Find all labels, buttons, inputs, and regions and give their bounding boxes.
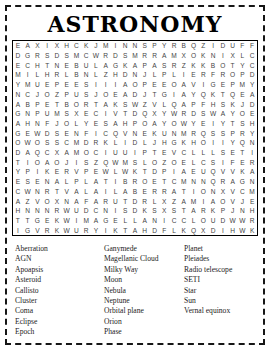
grid-cell[interactable]: P bbox=[140, 148, 150, 158]
grid-cell[interactable]: M bbox=[237, 80, 247, 90]
grid-cell[interactable]: D bbox=[111, 51, 121, 61]
grid-cell[interactable]: O bbox=[198, 216, 208, 226]
grid-cell[interactable]: N bbox=[130, 128, 140, 138]
grid-cell[interactable]: D bbox=[42, 128, 52, 138]
grid-cell[interactable]: K bbox=[111, 99, 121, 109]
grid-cell[interactable]: S bbox=[208, 128, 218, 138]
grid-cell[interactable]: R bbox=[218, 177, 228, 187]
grid-cell[interactable]: Y bbox=[13, 80, 23, 90]
grid-cell[interactable]: N bbox=[247, 177, 257, 187]
grid-cell[interactable]: U bbox=[159, 128, 169, 138]
grid-cell[interactable]: B bbox=[179, 41, 189, 51]
grid-cell[interactable]: A bbox=[23, 41, 33, 51]
grid-cell[interactable]: E bbox=[52, 167, 62, 177]
grid-cell[interactable]: S bbox=[120, 99, 130, 109]
grid-cell[interactable]: I bbox=[111, 80, 121, 90]
grid-cell[interactable]: Q bbox=[237, 138, 247, 148]
grid-cell[interactable]: N bbox=[208, 51, 218, 61]
grid-cell[interactable]: J bbox=[62, 157, 72, 167]
grid-cell[interactable]: C bbox=[72, 41, 82, 51]
grid-cell[interactable]: O bbox=[198, 186, 208, 196]
grid-cell[interactable]: I bbox=[130, 148, 140, 158]
grid-cell[interactable]: F bbox=[159, 225, 169, 235]
grid-cell[interactable]: V bbox=[33, 225, 43, 235]
grid-cell[interactable]: A bbox=[120, 89, 130, 99]
grid-cell[interactable]: C bbox=[198, 157, 208, 167]
grid-cell[interactable]: U bbox=[111, 148, 121, 158]
grid-cell[interactable]: L bbox=[120, 216, 130, 226]
grid-cell[interactable]: Q bbox=[198, 89, 208, 99]
grid-cell[interactable]: P bbox=[72, 177, 82, 187]
grid-cell[interactable]: M bbox=[72, 138, 82, 148]
grid-cell[interactable]: B bbox=[130, 186, 140, 196]
grid-cell[interactable]: D bbox=[189, 109, 199, 119]
grid-cell[interactable]: I bbox=[23, 70, 33, 80]
grid-cell[interactable]: D bbox=[130, 196, 140, 206]
grid-cell[interactable]: A bbox=[101, 99, 111, 109]
grid-cell[interactable]: E bbox=[33, 177, 43, 187]
grid-cell[interactable]: U bbox=[208, 216, 218, 226]
grid-cell[interactable]: N bbox=[130, 41, 140, 51]
grid-cell[interactable]: A bbox=[62, 148, 72, 158]
grid-cell[interactable]: L bbox=[208, 148, 218, 158]
grid-cell[interactable]: C bbox=[247, 60, 257, 70]
grid-cell[interactable]: C bbox=[101, 128, 111, 138]
grid-cell[interactable]: Z bbox=[198, 41, 208, 51]
grid-cell[interactable]: Y bbox=[159, 109, 169, 119]
grid-cell[interactable]: K bbox=[228, 99, 238, 109]
grid-cell[interactable]: J bbox=[228, 206, 238, 216]
grid-cell[interactable]: E bbox=[237, 157, 247, 167]
grid-cell[interactable]: Y bbox=[159, 119, 169, 129]
grid-cell[interactable]: K bbox=[179, 138, 189, 148]
grid-cell[interactable]: D bbox=[81, 206, 91, 216]
grid-cell[interactable]: K bbox=[150, 128, 160, 138]
grid-cell[interactable]: N bbox=[120, 41, 130, 51]
grid-cell[interactable]: D bbox=[247, 70, 257, 80]
grid-cell[interactable]: X bbox=[72, 109, 82, 119]
grid-cell[interactable]: L bbox=[169, 70, 179, 80]
grid-cell[interactable]: O bbox=[33, 157, 43, 167]
grid-cell[interactable]: B bbox=[62, 99, 72, 109]
grid-cell[interactable]: R bbox=[81, 99, 91, 109]
grid-cell[interactable]: T bbox=[13, 157, 23, 167]
grid-cell[interactable]: N bbox=[72, 128, 82, 138]
grid-cell[interactable]: F bbox=[237, 41, 247, 51]
grid-cell[interactable]: A bbox=[13, 99, 23, 109]
grid-cell[interactable]: P bbox=[33, 109, 43, 119]
grid-cell[interactable]: P bbox=[237, 70, 247, 80]
grid-cell[interactable]: C bbox=[62, 138, 72, 148]
grid-cell[interactable]: E bbox=[72, 80, 82, 90]
grid-cell[interactable]: I bbox=[218, 51, 228, 61]
grid-cell[interactable]: V bbox=[189, 80, 199, 90]
grid-cell[interactable]: A bbox=[111, 119, 121, 129]
grid-cell[interactable]: N bbox=[52, 60, 62, 70]
grid-cell[interactable]: I bbox=[101, 109, 111, 119]
grid-cell[interactable]: I bbox=[179, 70, 189, 80]
grid-cell[interactable]: I bbox=[218, 225, 228, 235]
grid-cell[interactable]: J bbox=[91, 41, 101, 51]
grid-cell[interactable]: E bbox=[189, 70, 199, 80]
grid-cell[interactable]: R bbox=[101, 196, 111, 206]
grid-cell[interactable]: E bbox=[91, 167, 101, 177]
grid-cell[interactable]: N bbox=[23, 109, 33, 119]
grid-cell[interactable]: R bbox=[81, 225, 91, 235]
grid-cell[interactable]: M bbox=[101, 41, 111, 51]
grid-cell[interactable]: E bbox=[237, 89, 247, 99]
grid-cell[interactable]: O bbox=[189, 51, 199, 61]
grid-cell[interactable]: E bbox=[159, 80, 169, 90]
grid-cell[interactable]: R bbox=[159, 186, 169, 196]
grid-cell[interactable]: P bbox=[189, 99, 199, 109]
grid-cell[interactable]: K bbox=[189, 60, 199, 70]
grid-cell[interactable]: R bbox=[140, 51, 150, 61]
grid-cell[interactable]: M bbox=[169, 51, 179, 61]
grid-cell[interactable]: M bbox=[179, 177, 189, 187]
grid-cell[interactable]: P bbox=[218, 206, 228, 216]
grid-cell[interactable]: N bbox=[130, 70, 140, 80]
grid-cell[interactable]: S bbox=[169, 206, 179, 216]
grid-cell[interactable]: C bbox=[237, 186, 247, 196]
grid-cell[interactable]: V bbox=[218, 167, 228, 177]
grid-cell[interactable]: R bbox=[62, 167, 72, 177]
grid-cell[interactable]: P bbox=[130, 119, 140, 129]
grid-cell[interactable]: X bbox=[198, 225, 208, 235]
grid-cell[interactable]: O bbox=[169, 119, 179, 129]
grid-cell[interactable]: I bbox=[13, 225, 23, 235]
grid-cell[interactable]: G bbox=[13, 128, 23, 138]
grid-cell[interactable]: S bbox=[120, 51, 130, 61]
grid-cell[interactable]: H bbox=[111, 70, 121, 80]
grid-cell[interactable]: L bbox=[81, 177, 91, 187]
grid-cell[interactable]: S bbox=[23, 177, 33, 187]
grid-cell[interactable]: S bbox=[52, 128, 62, 138]
grid-cell[interactable]: K bbox=[101, 138, 111, 148]
grid-cell[interactable]: S bbox=[130, 157, 140, 167]
grid-cell[interactable]: X bbox=[159, 196, 169, 206]
grid-cell[interactable]: N bbox=[33, 119, 43, 129]
grid-cell[interactable]: H bbox=[62, 41, 72, 51]
grid-cell[interactable]: S bbox=[237, 119, 247, 129]
grid-cell[interactable]: R bbox=[33, 51, 43, 61]
grid-cell[interactable]: N bbox=[42, 177, 52, 187]
grid-cell[interactable]: N bbox=[150, 216, 160, 226]
grid-cell[interactable]: J bbox=[52, 119, 62, 129]
grid-cell[interactable]: C bbox=[91, 148, 101, 158]
grid-cell[interactable]: Q bbox=[189, 41, 199, 51]
grid-cell[interactable]: R bbox=[169, 41, 179, 51]
grid-cell[interactable]: I bbox=[101, 225, 111, 235]
grid-cell[interactable]: G bbox=[169, 138, 179, 148]
grid-cell[interactable]: S bbox=[62, 51, 72, 61]
grid-cell[interactable]: E bbox=[150, 80, 160, 90]
grid-cell[interactable]: L bbox=[111, 138, 121, 148]
grid-cell[interactable]: R bbox=[101, 51, 111, 61]
grid-cell[interactable]: W bbox=[228, 216, 238, 226]
grid-cell[interactable]: Y bbox=[13, 167, 23, 177]
grid-cell[interactable]: P bbox=[228, 80, 238, 90]
grid-cell[interactable]: H bbox=[228, 225, 238, 235]
grid-cell[interactable]: U bbox=[111, 196, 121, 206]
grid-cell[interactable]: D bbox=[247, 99, 257, 109]
grid-cell[interactable]: D bbox=[81, 138, 91, 148]
grid-cell[interactable]: A bbox=[42, 157, 52, 167]
grid-cell[interactable]: H bbox=[13, 206, 23, 216]
grid-cell[interactable]: U bbox=[81, 60, 91, 70]
grid-cell[interactable]: S bbox=[62, 109, 72, 119]
grid-cell[interactable]: R bbox=[198, 206, 208, 216]
grid-cell[interactable]: R bbox=[179, 109, 189, 119]
grid-cell[interactable]: F bbox=[81, 196, 91, 206]
grid-cell[interactable]: S bbox=[81, 80, 91, 90]
grid-cell[interactable]: A bbox=[169, 186, 179, 196]
grid-cell[interactable]: Q bbox=[101, 157, 111, 167]
grid-cell[interactable]: P bbox=[140, 80, 150, 90]
grid-cell[interactable]: I bbox=[169, 89, 179, 99]
grid-cell[interactable]: N bbox=[62, 196, 72, 206]
grid-cell[interactable]: P bbox=[150, 41, 160, 51]
grid-cell[interactable]: L bbox=[81, 186, 91, 196]
grid-cell[interactable]: V bbox=[62, 186, 72, 196]
grid-cell[interactable]: L bbox=[237, 51, 247, 61]
grid-cell[interactable]: P bbox=[81, 167, 91, 177]
grid-cell[interactable]: D bbox=[130, 138, 140, 148]
grid-cell[interactable]: T bbox=[228, 119, 238, 129]
grid-cell[interactable]: R bbox=[169, 60, 179, 70]
grid-cell[interactable]: C bbox=[179, 148, 189, 158]
grid-cell[interactable]: W bbox=[62, 206, 72, 216]
grid-cell[interactable]: U bbox=[72, 225, 82, 235]
grid-cell[interactable]: C bbox=[169, 216, 179, 226]
grid-cell[interactable]: K bbox=[247, 225, 257, 235]
grid-cell[interactable]: D bbox=[120, 70, 130, 80]
grid-cell[interactable]: A bbox=[140, 216, 150, 226]
grid-cell[interactable]: F bbox=[81, 128, 91, 138]
grid-cell[interactable]: H bbox=[23, 119, 33, 129]
grid-cell[interactable]: C bbox=[169, 177, 179, 187]
grid-cell[interactable]: K bbox=[198, 51, 208, 61]
grid-cell[interactable]: V bbox=[111, 109, 121, 119]
grid-cell[interactable]: S bbox=[208, 157, 218, 167]
grid-cell[interactable]: L bbox=[189, 157, 199, 167]
grid-cell[interactable]: W bbox=[33, 128, 43, 138]
grid-cell[interactable]: T bbox=[52, 186, 62, 196]
grid-cell[interactable]: R bbox=[247, 157, 257, 167]
grid-cell[interactable]: H bbox=[208, 99, 218, 109]
grid-cell[interactable]: C bbox=[13, 186, 23, 196]
grid-cell[interactable]: A bbox=[189, 206, 199, 216]
grid-cell[interactable]: A bbox=[150, 60, 160, 70]
grid-cell[interactable]: M bbox=[120, 157, 130, 167]
grid-cell[interactable]: Q bbox=[189, 225, 199, 235]
grid-cell[interactable]: I bbox=[23, 157, 33, 167]
grid-cell[interactable]: O bbox=[33, 138, 43, 148]
grid-cell[interactable]: X bbox=[52, 148, 62, 158]
grid-cell[interactable]: W bbox=[208, 109, 218, 119]
grid-cell[interactable]: I bbox=[72, 216, 82, 226]
grid-cell[interactable]: D bbox=[218, 216, 228, 226]
grid-cell[interactable]: Z bbox=[23, 196, 33, 206]
grid-cell[interactable]: V bbox=[150, 99, 160, 109]
grid-cell[interactable]: A bbox=[101, 60, 111, 70]
grid-cell[interactable]: U bbox=[42, 109, 52, 119]
grid-cell[interactable]: Y bbox=[189, 89, 199, 99]
grid-cell[interactable]: U bbox=[120, 148, 130, 158]
grid-cell[interactable]: G bbox=[159, 89, 169, 99]
grid-cell[interactable]: M bbox=[130, 51, 140, 61]
grid-cell[interactable]: O bbox=[140, 177, 150, 187]
grid-cell[interactable]: K bbox=[42, 167, 52, 177]
grid-cell[interactable]: G bbox=[13, 109, 23, 119]
grid-cell[interactable]: M bbox=[13, 70, 23, 80]
grid-cell[interactable]: R bbox=[218, 70, 228, 80]
grid-cell[interactable]: R bbox=[150, 186, 160, 196]
grid-cell[interactable]: K bbox=[111, 225, 121, 235]
grid-cell[interactable]: H bbox=[42, 70, 52, 80]
grid-cell[interactable]: A bbox=[179, 99, 189, 109]
grid-cell[interactable]: L bbox=[72, 119, 82, 129]
grid-cell[interactable]: N bbox=[208, 186, 218, 196]
grid-cell[interactable]: G bbox=[33, 216, 43, 226]
grid-cell[interactable]: T bbox=[120, 225, 130, 235]
grid-cell[interactable]: T bbox=[218, 89, 228, 99]
grid-cell[interactable]: I bbox=[111, 206, 121, 216]
grid-cell[interactable]: A bbox=[91, 177, 101, 187]
grid-cell[interactable]: A bbox=[91, 196, 101, 206]
grid-cell[interactable]: G bbox=[101, 216, 111, 226]
grid-cell[interactable]: H bbox=[33, 60, 43, 70]
grid-cell[interactable]: Z bbox=[159, 157, 169, 167]
grid-cell[interactable]: I bbox=[169, 167, 179, 177]
grid-cell[interactable]: J bbox=[140, 70, 150, 80]
grid-cell[interactable]: H bbox=[247, 206, 257, 216]
grid-cell[interactable]: X bbox=[159, 206, 169, 216]
grid-cell[interactable]: V bbox=[33, 196, 43, 206]
grid-cell[interactable]: I bbox=[91, 80, 101, 90]
grid-cell[interactable]: S bbox=[42, 51, 52, 61]
grid-cell[interactable]: S bbox=[42, 138, 52, 148]
grid-cell[interactable]: Z bbox=[52, 89, 62, 99]
grid-cell[interactable]: T bbox=[237, 148, 247, 158]
grid-cell[interactable]: O bbox=[150, 157, 160, 167]
grid-cell[interactable]: C bbox=[247, 51, 257, 61]
grid-cell[interactable]: X bbox=[150, 109, 160, 119]
grid-cell[interactable]: M bbox=[179, 128, 189, 138]
grid-cell[interactable]: E bbox=[198, 119, 208, 129]
grid-cell[interactable]: U bbox=[228, 41, 238, 51]
grid-cell[interactable]: P bbox=[159, 167, 169, 177]
grid-cell[interactable]: E bbox=[13, 177, 23, 187]
grid-cell[interactable]: N bbox=[101, 206, 111, 216]
grid-cell[interactable]: K bbox=[81, 41, 91, 51]
grid-cell[interactable]: H bbox=[247, 119, 257, 129]
grid-cell[interactable]: F bbox=[42, 119, 52, 129]
grid-cell[interactable]: W bbox=[91, 51, 101, 61]
grid-cell[interactable]: S bbox=[120, 206, 130, 216]
grid-cell[interactable]: L bbox=[150, 196, 160, 206]
grid-cell[interactable]: Q bbox=[140, 109, 150, 119]
grid-cell[interactable]: L bbox=[198, 148, 208, 158]
grid-cell[interactable]: I bbox=[72, 157, 82, 167]
grid-cell[interactable]: K bbox=[140, 206, 150, 216]
grid-cell[interactable]: L bbox=[111, 186, 121, 196]
grid-cell[interactable]: Z bbox=[91, 157, 101, 167]
grid-cell[interactable]: E bbox=[111, 216, 121, 226]
grid-cell[interactable]: Y bbox=[218, 119, 228, 129]
grid-cell[interactable]: V bbox=[120, 128, 130, 138]
grid-cell[interactable]: U bbox=[198, 167, 208, 177]
grid-cell[interactable]: I bbox=[218, 157, 228, 167]
grid-cell[interactable]: T bbox=[91, 99, 101, 109]
grid-cell[interactable]: I bbox=[198, 196, 208, 206]
grid-cell[interactable]: Y bbox=[237, 60, 247, 70]
grid-cell[interactable]: B bbox=[208, 60, 218, 70]
grid-cell[interactable]: F bbox=[198, 99, 208, 109]
grid-cell[interactable]: Q bbox=[198, 128, 208, 138]
grid-cell[interactable]: Z bbox=[140, 99, 150, 109]
grid-cell[interactable]: S bbox=[52, 138, 62, 148]
grid-cell[interactable]: E bbox=[23, 128, 33, 138]
grid-cell[interactable]: E bbox=[62, 128, 72, 138]
grid-cell[interactable]: N bbox=[33, 186, 43, 196]
grid-cell[interactable]: R bbox=[189, 128, 199, 138]
grid-cell[interactable]: I bbox=[218, 138, 228, 148]
grid-cell[interactable]: I bbox=[208, 138, 218, 148]
grid-cell[interactable]: Q bbox=[208, 167, 218, 177]
grid-cell[interactable]: R bbox=[91, 138, 101, 148]
grid-cell[interactable]: D bbox=[150, 167, 160, 177]
grid-cell[interactable]: W bbox=[62, 216, 72, 226]
grid-cell[interactable]: O bbox=[62, 119, 72, 129]
grid-cell[interactable]: Y bbox=[247, 80, 257, 90]
grid-cell[interactable]: V bbox=[228, 186, 238, 196]
grid-cell[interactable]: T bbox=[23, 216, 33, 226]
grid-cell[interactable]: R bbox=[42, 225, 52, 235]
grid-cell[interactable]: P bbox=[62, 89, 72, 99]
grid-cell[interactable]: R bbox=[130, 177, 140, 187]
grid-cell[interactable]: Z bbox=[179, 60, 189, 70]
grid-cell[interactable]: A bbox=[130, 225, 140, 235]
grid-cell[interactable]: A bbox=[13, 196, 23, 206]
grid-cell[interactable]: W bbox=[237, 225, 247, 235]
grid-cell[interactable]: A bbox=[247, 89, 257, 99]
grid-cell[interactable]: A bbox=[179, 167, 189, 177]
grid-cell[interactable]: U bbox=[72, 89, 82, 99]
grid-cell[interactable]: I bbox=[159, 216, 169, 226]
grid-cell[interactable]: M bbox=[81, 216, 91, 226]
grid-cell[interactable]: C bbox=[81, 51, 91, 61]
grid-cell[interactable]: A bbox=[120, 80, 130, 90]
grid-cell[interactable]: P bbox=[33, 99, 43, 109]
grid-cell[interactable]: E bbox=[140, 128, 150, 138]
grid-cell[interactable]: S bbox=[81, 157, 91, 167]
grid-cell[interactable]: T bbox=[52, 99, 62, 109]
grid-cell[interactable]: R bbox=[52, 70, 62, 80]
grid-cell[interactable]: T bbox=[120, 109, 130, 119]
grid-cell[interactable]: I bbox=[208, 119, 218, 129]
grid-cell[interactable]: E bbox=[42, 99, 52, 109]
grid-cell[interactable]: W bbox=[23, 138, 33, 148]
grid-cell[interactable]: Y bbox=[81, 119, 91, 129]
grid-cell[interactable]: A bbox=[179, 89, 189, 99]
grid-cell[interactable]: I bbox=[111, 177, 121, 187]
grid-cell[interactable]: V bbox=[72, 167, 82, 177]
grid-cell[interactable]: A bbox=[72, 196, 82, 206]
grid-cell[interactable]: V bbox=[228, 196, 238, 206]
grid-cell[interactable]: T bbox=[101, 177, 111, 187]
grid-cell[interactable]: A bbox=[91, 186, 101, 196]
